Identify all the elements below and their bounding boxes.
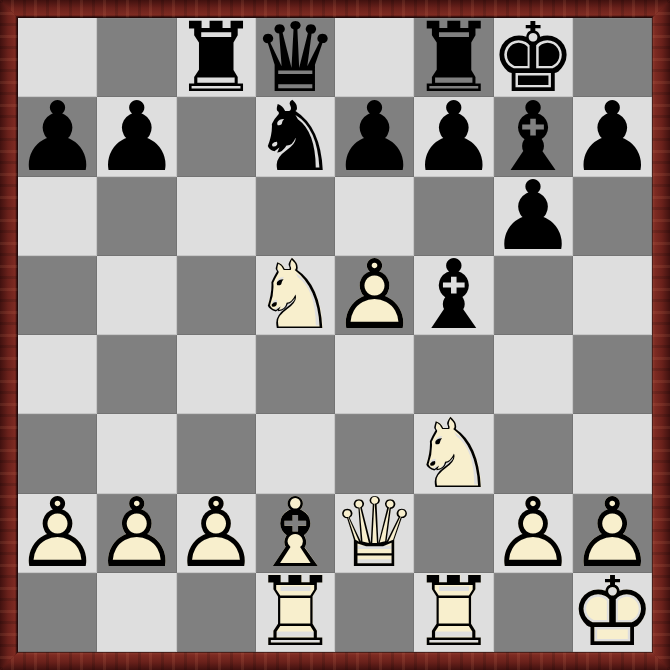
white-queen[interactable]: ♛♕ (335, 494, 414, 573)
black-pawn[interactable]: ♟ (335, 97, 414, 176)
piece-outline-glyph: ♙ (173, 485, 259, 581)
piece-outline-glyph: ♙ (94, 485, 180, 581)
white-knight[interactable]: ♞♘ (256, 256, 335, 335)
square-f5[interactable]: ♝ (414, 256, 493, 335)
square-a5[interactable] (18, 256, 97, 335)
square-h6[interactable] (573, 177, 652, 256)
black-knight[interactable]: ♞ (256, 97, 335, 176)
chess-app-window: ♜♛♜♚♟♟♞♟♟♝♟♟♞♘♟♙♝♞♘♟♙♟♙♟♙♝♗♛♕♟♙♟♙♜♖♜♖♚♔ (0, 0, 670, 670)
piece-outline-glyph: ♙ (332, 247, 418, 343)
square-b1[interactable] (97, 573, 176, 652)
square-a2[interactable]: ♟♙ (18, 494, 97, 573)
square-f7[interactable]: ♟ (414, 97, 493, 176)
square-e2[interactable]: ♛♕ (335, 494, 414, 573)
square-a4[interactable] (18, 335, 97, 414)
square-b2[interactable]: ♟♙ (97, 494, 176, 573)
square-f3[interactable]: ♞♘ (414, 414, 493, 493)
white-pawn[interactable]: ♟♙ (18, 494, 97, 573)
piece-glyph: ♞ (252, 89, 338, 185)
square-a1[interactable] (18, 573, 97, 652)
square-b5[interactable] (97, 256, 176, 335)
white-knight[interactable]: ♞♘ (414, 414, 493, 493)
piece-outline-glyph: ♔ (569, 564, 655, 660)
piece-glyph: ♟ (332, 89, 418, 185)
piece-glyph: ♟ (569, 89, 655, 185)
white-pawn[interactable]: ♟♙ (177, 494, 256, 573)
square-h1[interactable]: ♚♔ (573, 573, 652, 652)
square-g1[interactable] (494, 573, 573, 652)
piece-outline-glyph: ♕ (332, 485, 418, 581)
square-c1[interactable] (177, 573, 256, 652)
black-pawn[interactable]: ♟ (494, 177, 573, 256)
square-h5[interactable] (573, 256, 652, 335)
piece-outline-glyph: ♙ (15, 485, 101, 581)
black-pawn[interactable]: ♟ (18, 97, 97, 176)
white-pawn[interactable]: ♟♙ (97, 494, 176, 573)
square-e4[interactable] (335, 335, 414, 414)
piece-outline-glyph: ♘ (411, 406, 497, 502)
square-c8[interactable]: ♜ (177, 18, 256, 97)
piece-outline-glyph: ♘ (252, 247, 338, 343)
square-h7[interactable]: ♟ (573, 97, 652, 176)
white-king[interactable]: ♚♔ (573, 573, 652, 652)
square-e7[interactable]: ♟ (335, 97, 414, 176)
black-pawn[interactable]: ♟ (573, 97, 652, 176)
black-rook[interactable]: ♜ (177, 18, 256, 97)
piece-glyph: ♝ (411, 247, 497, 343)
square-d7[interactable]: ♞ (256, 97, 335, 176)
square-c7[interactable] (177, 97, 256, 176)
square-c5[interactable] (177, 256, 256, 335)
square-b4[interactable] (97, 335, 176, 414)
square-g2[interactable]: ♟♙ (494, 494, 573, 573)
piece-glyph: ♟ (490, 168, 576, 264)
square-a7[interactable]: ♟ (18, 97, 97, 176)
square-c6[interactable] (177, 177, 256, 256)
square-g4[interactable] (494, 335, 573, 414)
piece-glyph: ♟ (15, 89, 101, 185)
square-c4[interactable] (177, 335, 256, 414)
piece-glyph: ♜ (173, 10, 259, 106)
white-pawn[interactable]: ♟♙ (494, 494, 573, 573)
piece-outline-glyph: ♖ (411, 564, 497, 660)
square-b7[interactable]: ♟ (97, 97, 176, 176)
square-d5[interactable]: ♞♘ (256, 256, 335, 335)
black-bishop[interactable]: ♝ (414, 256, 493, 335)
square-d4[interactable] (256, 335, 335, 414)
chess-board: ♜♛♜♚♟♟♞♟♟♝♟♟♞♘♟♙♝♞♘♟♙♟♙♟♙♝♗♛♕♟♙♟♙♜♖♜♖♚♔ (18, 18, 652, 652)
square-a6[interactable] (18, 177, 97, 256)
square-g6[interactable]: ♟ (494, 177, 573, 256)
square-h4[interactable] (573, 335, 652, 414)
piece-outline-glyph: ♖ (252, 564, 338, 660)
white-rook[interactable]: ♜♖ (256, 573, 335, 652)
square-f1[interactable]: ♜♖ (414, 573, 493, 652)
black-pawn[interactable]: ♟ (414, 97, 493, 176)
square-c2[interactable]: ♟♙ (177, 494, 256, 573)
square-e5[interactable]: ♟♙ (335, 256, 414, 335)
square-e1[interactable] (335, 573, 414, 652)
square-d1[interactable]: ♜♖ (256, 573, 335, 652)
piece-outline-glyph: ♙ (490, 485, 576, 581)
piece-glyph: ♟ (411, 89, 497, 185)
piece-glyph: ♟ (94, 89, 180, 185)
square-g5[interactable] (494, 256, 573, 335)
white-pawn[interactable]: ♟♙ (335, 256, 414, 335)
black-pawn[interactable]: ♟ (97, 97, 176, 176)
square-b6[interactable] (97, 177, 176, 256)
white-rook[interactable]: ♜♖ (414, 573, 493, 652)
